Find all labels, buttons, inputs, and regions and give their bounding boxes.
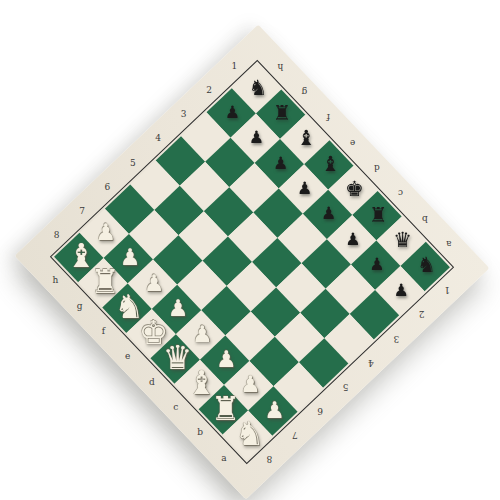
chess-board-sheet: ♞♜♝♝♚♜♛♞♟♟♟♟♟♟♟♟♟♟♟♟♟♟♟♟♝♜♞♚♛♝♜♞ hhggffe… xyxy=(14,24,489,499)
rank-label-left-5-text: 5 xyxy=(130,157,136,167)
black-king-d1: ♚ xyxy=(345,178,364,199)
rank-label-left-2-text: 2 xyxy=(206,85,212,95)
rank-label-right-7-text: 7 xyxy=(292,429,298,439)
white-pawn-b7: ♟ xyxy=(240,373,261,396)
rank-label-right-2-text: 2 xyxy=(419,309,425,319)
black-queen-b1: ♛ xyxy=(393,229,412,250)
black-pawn-h2: ♟ xyxy=(225,103,240,120)
file-label-top-b-text: b xyxy=(422,214,428,224)
rank-label-left-4-text: 4 xyxy=(155,133,161,143)
product-photo-stage: ♞♜♝♝♚♜♛♞♟♟♟♟♟♟♟♟♟♟♟♟♟♟♟♟♝♜♞♚♛♝♜♞ hhggffe… xyxy=(0,0,500,500)
rank-label-left-7-text: 7 xyxy=(79,205,85,215)
rank-label-left-1-text: 1 xyxy=(232,61,238,71)
rank-label-right-1-text: 1 xyxy=(444,285,450,295)
rank-label-left-6-text: 6 xyxy=(105,181,111,191)
black-pawn-d2: ♟ xyxy=(321,205,336,222)
file-label-bottom-b-text: b xyxy=(197,427,203,437)
black-pawn-f2: ♟ xyxy=(273,154,288,171)
file-label-top-g-text: g xyxy=(301,87,307,97)
black-knight-a1: ♞ xyxy=(417,255,436,276)
rank-label-right-4-text: 4 xyxy=(368,357,374,367)
black-bishop-e1: ♝ xyxy=(321,153,340,174)
file-label-top-f-text: f xyxy=(327,112,330,122)
file-label-bottom-g-text: g xyxy=(76,300,82,310)
file-label-bottom-f-text: f xyxy=(102,326,105,336)
black-pawn-b2: ♟ xyxy=(369,256,384,273)
black-pawn-a2: ♟ xyxy=(393,281,408,298)
black-pawn-g2: ♟ xyxy=(249,129,264,146)
file-label-bottom-a-text: a xyxy=(221,453,226,463)
black-rook-c1: ♜ xyxy=(369,204,388,225)
file-label-top-e-text: e xyxy=(350,138,355,148)
white-pawn-e7: ♟ xyxy=(168,296,189,319)
rank-label-left-8-text: 8 xyxy=(54,229,60,239)
black-bishop-f1: ♝ xyxy=(297,128,316,149)
file-label-bottom-d-text: d xyxy=(149,376,155,386)
white-pawn-f7: ♟ xyxy=(144,271,165,294)
rank-label-left-3-text: 3 xyxy=(181,109,187,119)
black-knight-h1: ♞ xyxy=(249,77,268,98)
white-pawn-c7: ♟ xyxy=(216,347,237,370)
white-pawn-d7: ♟ xyxy=(192,322,213,345)
file-label-bottom-e-text: e xyxy=(125,351,130,361)
file-label-bottom-h-text: h xyxy=(52,275,58,285)
file-label-top-a-text: a xyxy=(446,239,451,249)
black-pawn-c2: ♟ xyxy=(345,230,360,247)
rank-label-right-3-text: 3 xyxy=(394,333,400,343)
black-rook-g1: ♜ xyxy=(273,102,292,123)
file-label-bottom-c-text: c xyxy=(173,402,178,412)
chess-board: ♞♜♝♝♚♜♛♞♟♟♟♟♟♟♟♟♟♟♟♟♟♟♟♟♝♜♞♚♛♝♜♞ xyxy=(54,64,450,460)
rank-label-right-8-text: 8 xyxy=(267,453,273,463)
rank-label-right-6-text: 6 xyxy=(317,405,323,415)
file-label-top-d-text: d xyxy=(374,163,380,173)
white-pawn-h7: ♟ xyxy=(96,220,117,243)
white-pawn-a7: ♟ xyxy=(264,398,285,421)
file-label-top-h-text: h xyxy=(277,61,283,71)
rank-label-right-5-text: 5 xyxy=(343,381,349,391)
file-label-top-c-text: c xyxy=(398,188,403,198)
white-pawn-g7: ♟ xyxy=(120,246,141,269)
black-pawn-e2: ♟ xyxy=(297,179,312,196)
